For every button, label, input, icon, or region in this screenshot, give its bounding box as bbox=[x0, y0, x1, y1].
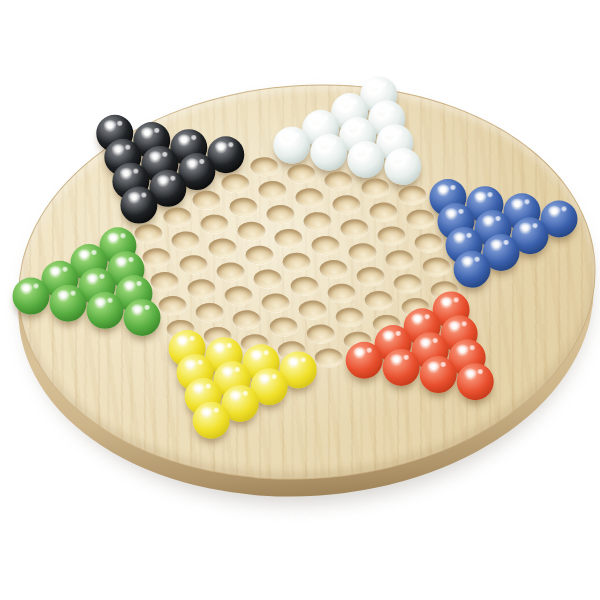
specular-highlight bbox=[197, 359, 203, 364]
specular-highlight bbox=[437, 184, 450, 193]
hole bbox=[396, 184, 429, 206]
specular-highlight bbox=[250, 349, 263, 358]
specular-highlight bbox=[157, 174, 170, 183]
hole bbox=[227, 196, 260, 218]
specular-highlight bbox=[355, 146, 368, 155]
specular-highlight bbox=[263, 350, 269, 355]
specular-highlight bbox=[120, 233, 126, 238]
hole bbox=[177, 254, 210, 276]
hole bbox=[256, 179, 289, 201]
specular-highlight bbox=[294, 132, 300, 137]
specular-highlight bbox=[403, 354, 409, 359]
specular-highlight bbox=[384, 129, 397, 138]
board-cell[interactable] bbox=[410, 234, 447, 251]
board-cell[interactable] bbox=[347, 356, 384, 373]
specular-highlight bbox=[474, 256, 480, 261]
hole bbox=[222, 285, 255, 307]
specular-highlight bbox=[395, 330, 401, 335]
board-cell[interactable] bbox=[299, 213, 336, 230]
hole bbox=[132, 223, 165, 245]
board-cell[interactable] bbox=[14, 292, 51, 309]
hole bbox=[190, 189, 223, 211]
specular-highlight bbox=[490, 239, 503, 248]
board-cell[interactable] bbox=[421, 371, 458, 388]
specular-highlight bbox=[117, 120, 123, 125]
board-cell[interactable] bbox=[381, 251, 418, 268]
specular-highlight bbox=[389, 106, 395, 111]
board-cell[interactable] bbox=[389, 275, 426, 292]
specular-highlight bbox=[123, 280, 136, 289]
board-cell[interactable] bbox=[294, 301, 331, 318]
specular-highlight bbox=[33, 283, 39, 288]
hole bbox=[346, 241, 379, 263]
specular-highlight bbox=[189, 335, 195, 340]
specular-highlight bbox=[184, 359, 197, 368]
specular-highlight bbox=[360, 122, 366, 127]
board-cell[interactable] bbox=[283, 165, 320, 182]
specular-highlight bbox=[453, 232, 466, 241]
hole bbox=[301, 210, 334, 232]
specular-highlight bbox=[448, 320, 461, 329]
specular-highlight bbox=[20, 282, 33, 291]
board-cell[interactable] bbox=[183, 280, 220, 297]
hole bbox=[322, 170, 355, 192]
board-cell[interactable] bbox=[373, 227, 410, 244]
hole bbox=[367, 201, 400, 223]
specular-highlight bbox=[318, 138, 331, 147]
marble-red[interactable] bbox=[383, 348, 420, 385]
board-cell[interactable] bbox=[402, 210, 439, 227]
marble-red[interactable] bbox=[345, 341, 382, 378]
specular-highlight bbox=[258, 373, 271, 382]
hole bbox=[304, 323, 337, 345]
board-cell[interactable] bbox=[122, 201, 159, 218]
specular-highlight bbox=[242, 390, 248, 395]
marble-green[interactable] bbox=[49, 284, 86, 321]
specular-highlight bbox=[367, 81, 380, 90]
board-cell[interactable] bbox=[315, 261, 352, 278]
specular-highlight bbox=[213, 342, 226, 351]
board-cell[interactable] bbox=[286, 278, 323, 295]
board-cell[interactable] bbox=[212, 263, 249, 280]
hole bbox=[267, 316, 300, 338]
specular-highlight bbox=[229, 390, 242, 399]
specular-highlight bbox=[352, 99, 358, 104]
marble-green[interactable] bbox=[12, 277, 49, 314]
specular-highlight bbox=[120, 167, 133, 176]
hole bbox=[280, 251, 313, 273]
hole bbox=[362, 289, 395, 311]
board-cell[interactable] bbox=[278, 254, 315, 271]
product-photo bbox=[0, 0, 600, 600]
board-cell[interactable] bbox=[418, 258, 455, 275]
specular-highlight bbox=[94, 297, 107, 306]
board-cell[interactable] bbox=[312, 148, 349, 165]
board-cell[interactable] bbox=[175, 256, 212, 273]
hole bbox=[169, 230, 202, 252]
specular-highlight bbox=[213, 407, 219, 412]
board-cell[interactable] bbox=[270, 230, 307, 247]
board-cell[interactable] bbox=[196, 215, 233, 232]
specular-highlight bbox=[154, 127, 160, 132]
specular-highlight bbox=[347, 122, 360, 131]
board-cell[interactable] bbox=[194, 416, 231, 433]
board-cell[interactable] bbox=[320, 172, 357, 189]
board-cell[interactable] bbox=[257, 294, 294, 311]
specular-highlight bbox=[133, 168, 139, 173]
hole bbox=[148, 270, 181, 292]
board-cell[interactable] bbox=[225, 199, 262, 216]
hole bbox=[412, 232, 445, 254]
specular-highlight bbox=[178, 134, 191, 143]
specular-highlight bbox=[215, 141, 228, 150]
hole bbox=[206, 237, 239, 259]
hole bbox=[338, 218, 371, 240]
specular-highlight bbox=[548, 205, 561, 214]
board-cell[interactable] bbox=[344, 244, 381, 261]
board-cell[interactable] bbox=[386, 163, 423, 180]
board-cell[interactable] bbox=[167, 232, 204, 249]
board-cell[interactable] bbox=[360, 292, 397, 309]
board-cell[interactable] bbox=[394, 187, 431, 204]
hole bbox=[375, 225, 408, 247]
hole bbox=[235, 220, 268, 242]
specular-highlight bbox=[440, 361, 446, 366]
board-cell[interactable] bbox=[191, 304, 228, 321]
hole bbox=[296, 299, 329, 321]
marble-green[interactable] bbox=[86, 291, 123, 328]
board-cell[interactable] bbox=[384, 363, 421, 380]
board-cell[interactable] bbox=[275, 141, 312, 158]
board-cell[interactable] bbox=[336, 220, 373, 237]
specular-highlight bbox=[141, 192, 147, 197]
board-cell[interactable] bbox=[307, 237, 344, 254]
hole bbox=[354, 265, 387, 287]
specular-highlight bbox=[432, 338, 438, 343]
hole bbox=[288, 275, 321, 297]
hole bbox=[359, 177, 392, 199]
board-cell[interactable] bbox=[349, 155, 386, 172]
specular-highlight bbox=[353, 346, 366, 355]
board-cell[interactable] bbox=[241, 246, 278, 263]
board-cell[interactable] bbox=[159, 208, 196, 225]
specular-highlight bbox=[191, 135, 197, 140]
hole bbox=[383, 249, 416, 271]
hole bbox=[312, 347, 345, 369]
specular-highlight bbox=[477, 369, 483, 374]
specular-highlight bbox=[86, 273, 99, 282]
board-cell[interactable] bbox=[88, 306, 125, 323]
board-cell[interactable] bbox=[291, 189, 328, 206]
hole bbox=[272, 227, 305, 249]
specular-highlight bbox=[461, 321, 467, 326]
hole bbox=[161, 206, 194, 228]
marble-black[interactable] bbox=[120, 186, 157, 223]
board-cell[interactable] bbox=[458, 378, 495, 395]
specular-highlight bbox=[445, 208, 458, 217]
hole bbox=[420, 256, 453, 278]
specular-highlight bbox=[128, 191, 141, 200]
board-cell[interactable] bbox=[246, 158, 283, 175]
board-cell[interactable] bbox=[265, 318, 302, 335]
specular-highlight bbox=[287, 356, 300, 365]
specular-highlight bbox=[469, 345, 475, 350]
specular-highlight bbox=[511, 198, 524, 207]
hole bbox=[230, 309, 263, 331]
hole bbox=[404, 208, 437, 230]
board-cell[interactable] bbox=[233, 223, 270, 240]
specular-highlight bbox=[495, 216, 501, 221]
hole bbox=[214, 261, 247, 283]
specular-highlight bbox=[62, 266, 68, 271]
board-cell[interactable] bbox=[125, 314, 162, 331]
hole bbox=[264, 203, 297, 225]
specular-highlight bbox=[390, 354, 403, 363]
hole bbox=[140, 246, 173, 268]
specular-highlight bbox=[125, 144, 131, 149]
specular-highlight bbox=[131, 304, 144, 313]
specular-highlight bbox=[392, 153, 405, 162]
board-cell[interactable] bbox=[352, 268, 389, 285]
board-cell[interactable] bbox=[302, 325, 339, 342]
specular-highlight bbox=[561, 206, 567, 211]
specular-highlight bbox=[453, 297, 459, 302]
specular-highlight bbox=[368, 146, 374, 151]
specular-highlight bbox=[144, 304, 150, 309]
marble-yellow[interactable] bbox=[193, 401, 230, 438]
specular-highlight bbox=[221, 366, 234, 375]
specular-highlight bbox=[519, 222, 532, 231]
hole bbox=[193, 301, 226, 323]
specular-highlight bbox=[482, 215, 495, 224]
specular-highlight bbox=[49, 265, 62, 274]
board-cell[interactable] bbox=[455, 265, 492, 282]
specular-highlight bbox=[57, 289, 70, 298]
specular-highlight bbox=[464, 368, 477, 377]
hole bbox=[198, 213, 231, 235]
specular-highlight bbox=[140, 127, 153, 136]
specular-highlight bbox=[107, 232, 120, 241]
board-cell[interactable] bbox=[365, 203, 402, 220]
hole bbox=[317, 258, 350, 280]
specular-highlight bbox=[440, 296, 453, 305]
hole bbox=[309, 234, 342, 256]
specular-highlight bbox=[186, 158, 199, 167]
board-cell[interactable] bbox=[51, 299, 88, 316]
marble-red[interactable] bbox=[457, 363, 494, 400]
hole bbox=[185, 277, 218, 299]
specular-highlight bbox=[170, 175, 176, 180]
specular-highlight bbox=[397, 130, 403, 135]
specular-highlight bbox=[78, 249, 91, 258]
specular-highlight bbox=[115, 256, 128, 265]
hole bbox=[156, 294, 189, 316]
hole bbox=[293, 186, 326, 208]
hole bbox=[259, 292, 292, 314]
specular-highlight bbox=[323, 115, 329, 120]
specular-highlight bbox=[532, 223, 538, 228]
specular-highlight bbox=[300, 357, 306, 362]
specular-highlight bbox=[466, 232, 472, 237]
specular-highlight bbox=[411, 313, 424, 322]
specular-highlight bbox=[112, 143, 125, 152]
specular-highlight bbox=[458, 208, 464, 213]
specular-highlight bbox=[192, 382, 205, 391]
specular-highlight bbox=[427, 361, 440, 370]
specular-highlight bbox=[366, 347, 372, 352]
board-cell[interactable] bbox=[254, 182, 291, 199]
hole bbox=[325, 282, 358, 304]
specular-highlight bbox=[461, 255, 474, 264]
specular-highlight bbox=[128, 257, 134, 262]
specular-highlight bbox=[99, 273, 105, 278]
specular-highlight bbox=[199, 158, 205, 163]
board-cell[interactable] bbox=[217, 175, 254, 192]
specular-highlight bbox=[405, 153, 411, 158]
hole bbox=[391, 272, 424, 294]
hole bbox=[248, 155, 281, 177]
specular-highlight bbox=[450, 184, 456, 189]
marble-red[interactable] bbox=[420, 356, 457, 393]
hole bbox=[243, 244, 276, 266]
specular-highlight bbox=[200, 406, 213, 415]
specular-highlight bbox=[162, 151, 168, 156]
board-cell[interactable] bbox=[323, 285, 360, 302]
specular-highlight bbox=[310, 115, 323, 124]
specular-highlight bbox=[228, 142, 234, 147]
specular-highlight bbox=[424, 314, 430, 319]
specular-highlight bbox=[136, 280, 142, 285]
specular-highlight bbox=[524, 199, 530, 204]
specular-highlight bbox=[382, 330, 395, 339]
board-cell[interactable] bbox=[357, 179, 394, 196]
hole bbox=[251, 268, 284, 290]
specular-highlight bbox=[474, 191, 487, 200]
specular-highlight bbox=[271, 374, 277, 379]
specular-highlight bbox=[91, 249, 97, 254]
hole bbox=[285, 163, 318, 185]
board-cell[interactable] bbox=[220, 287, 257, 304]
specular-highlight bbox=[503, 239, 509, 244]
specular-highlight bbox=[107, 297, 113, 302]
hole bbox=[219, 172, 252, 194]
specular-highlight bbox=[234, 366, 240, 371]
board-cell[interactable] bbox=[188, 192, 225, 209]
specular-highlight bbox=[456, 344, 469, 353]
specular-highlight bbox=[487, 192, 493, 197]
specular-highlight bbox=[70, 290, 76, 295]
specular-highlight bbox=[376, 105, 389, 114]
board-cell[interactable] bbox=[262, 206, 299, 223]
board-cell[interactable] bbox=[228, 311, 265, 328]
specular-highlight bbox=[226, 343, 232, 348]
hole bbox=[330, 194, 363, 216]
specular-highlight bbox=[205, 383, 211, 388]
hole bbox=[333, 306, 366, 328]
specular-highlight bbox=[338, 98, 351, 107]
specular-highlight bbox=[381, 82, 387, 87]
specular-highlight bbox=[331, 139, 337, 144]
specular-highlight bbox=[281, 131, 294, 140]
specular-highlight bbox=[176, 335, 189, 344]
board-cell[interactable] bbox=[328, 196, 365, 213]
specular-highlight bbox=[103, 120, 116, 129]
specular-highlight bbox=[419, 337, 432, 346]
board-cell[interactable] bbox=[204, 239, 241, 256]
marble-green[interactable] bbox=[123, 298, 160, 335]
board-cell[interactable] bbox=[249, 270, 286, 287]
specular-highlight bbox=[149, 151, 162, 160]
board-cell[interactable] bbox=[331, 309, 368, 326]
